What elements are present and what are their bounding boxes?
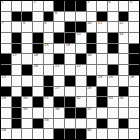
white-cell-r5c8[interactable]	[76, 44, 86, 54]
white-cell-r3c4[interactable]	[33, 22, 43, 32]
clue-number-33: 33	[109, 97, 113, 101]
black-cell-r6c6	[54, 54, 64, 64]
white-cell-r8c13[interactable]: 26	[129, 76, 139, 86]
white-cell-r9c11[interactable]	[108, 87, 118, 97]
black-cell-r3c8	[76, 22, 86, 32]
white-cell-r11c3[interactable]: 35	[22, 108, 32, 118]
white-cell-r2c6[interactable]: 6	[54, 12, 64, 22]
white-cell-r7c2[interactable]	[12, 65, 22, 75]
white-cell-r3c11[interactable]	[108, 22, 118, 32]
clue-number-29: 29	[2, 97, 6, 101]
white-cell-r6c3[interactable]	[22, 54, 32, 64]
white-cell-r10c11[interactable]: 33	[108, 97, 118, 107]
clue-number-23: 23	[2, 76, 6, 80]
white-cell-r8c10[interactable]: 24	[97, 76, 107, 86]
clue-number-10: 10	[87, 22, 91, 26]
white-cell-r6c5[interactable]	[44, 54, 54, 64]
white-cell-r12c3[interactable]	[22, 119, 32, 129]
black-cell-r1c6	[54, 1, 64, 11]
white-cell-r11c5[interactable]	[44, 108, 54, 118]
white-cell-r2c8[interactable]	[76, 12, 86, 22]
white-cell-r4c3[interactable]	[22, 33, 32, 43]
white-cell-r4c13[interactable]	[129, 33, 139, 43]
clue-number-4: 4	[109, 1, 111, 5]
black-cell-r8c5	[44, 76, 54, 86]
white-cell-r10c9[interactable]	[87, 97, 97, 107]
white-cell-r4c5[interactable]	[44, 33, 54, 43]
black-cell-r13c6	[54, 129, 64, 139]
clue-number-12: 12	[119, 22, 123, 26]
white-cell-r9c6[interactable]: 27	[54, 87, 64, 97]
black-cell-r5c9	[87, 44, 97, 54]
white-cell-r2c11[interactable]	[108, 12, 118, 22]
white-cell-r8c8[interactable]	[76, 76, 86, 86]
clue-number-37: 37	[87, 108, 91, 112]
black-cell-r12c4	[33, 119, 43, 129]
white-cell-r12c5[interactable]: 38	[44, 119, 54, 129]
clue-number-13: 13	[76, 33, 80, 37]
crossword-grid: 1234567891011121314151617181920212223242…	[0, 0, 140, 140]
white-cell-r3c3[interactable]: 8	[22, 22, 32, 32]
white-cell-r9c2[interactable]	[12, 87, 22, 97]
clue-number-7: 7	[2, 22, 4, 26]
white-cell-r13c9[interactable]: 40	[87, 129, 97, 139]
black-cell-r11c7	[65, 108, 75, 118]
white-cell-r7c5[interactable]	[44, 65, 54, 75]
white-cell-r4c8[interactable]: 13	[76, 33, 86, 43]
white-cell-r13c12[interactable]	[119, 129, 129, 139]
white-cell-r6c9[interactable]: 19	[87, 54, 97, 64]
white-cell-r5c7[interactable]: 16	[65, 44, 75, 54]
black-cell-r6c8	[76, 54, 86, 64]
white-cell-r13c1[interactable]: 39	[1, 129, 11, 139]
black-cell-r4c11	[108, 33, 118, 43]
white-cell-r10c3[interactable]: 30	[22, 97, 32, 107]
white-cell-r1c12[interactable]	[119, 1, 129, 11]
black-cell-r7c1	[1, 65, 11, 75]
white-cell-r10c1[interactable]: 29	[1, 97, 11, 107]
black-cell-r2c3	[22, 12, 32, 22]
black-cell-r4c6	[54, 33, 64, 43]
black-cell-r7c11	[108, 65, 118, 75]
white-cell-r11c6[interactable]: 36	[54, 108, 64, 118]
clue-number-3: 3	[87, 1, 89, 5]
black-cell-r11c8	[76, 108, 86, 118]
white-cell-r1c10[interactable]	[97, 1, 107, 11]
white-cell-r10c12[interactable]: 34	[119, 97, 129, 107]
white-cell-r13c2[interactable]	[12, 129, 22, 139]
white-cell-r7c6[interactable]: 21	[54, 65, 64, 75]
clue-number-28: 28	[87, 87, 91, 91]
white-cell-r5c1[interactable]	[1, 44, 11, 54]
clue-number-32: 32	[76, 97, 80, 101]
white-cell-r11c1[interactable]	[1, 108, 11, 118]
white-cell-r13c3[interactable]	[22, 129, 32, 139]
black-cell-r5c2	[12, 44, 22, 54]
white-cell-r12c8[interactable]	[76, 119, 86, 129]
white-cell-r13c10[interactable]	[97, 129, 107, 139]
black-cell-r4c2	[12, 33, 22, 43]
black-cell-r7c3	[22, 65, 32, 75]
clue-number-30: 30	[23, 97, 27, 101]
white-cell-r12c11[interactable]	[108, 119, 118, 129]
clue-number-2: 2	[34, 1, 36, 5]
white-cell-r1c2[interactable]	[12, 1, 22, 11]
black-cell-r6c1	[1, 54, 11, 64]
black-cell-r2c10	[97, 12, 107, 22]
white-cell-r5c6[interactable]	[54, 44, 64, 54]
white-cell-r5c12[interactable]	[119, 44, 129, 54]
white-cell-r1c1[interactable]: 1	[1, 1, 11, 11]
white-cell-r4c10[interactable]	[97, 33, 107, 43]
white-cell-r12c9[interactable]	[87, 119, 97, 129]
clue-number-31: 31	[44, 97, 48, 101]
black-cell-r7c13	[129, 65, 139, 75]
clue-number-22: 22	[76, 65, 80, 69]
black-cell-r12c12	[119, 119, 129, 129]
black-cell-r1c7	[65, 1, 75, 11]
black-cell-r10c4	[33, 97, 43, 107]
white-cell-r7c10[interactable]	[97, 65, 107, 75]
white-cell-r12c13[interactable]	[129, 119, 139, 129]
black-cell-r4c4	[33, 33, 43, 43]
clue-number-5: 5	[130, 1, 132, 5]
black-cell-r9c12	[119, 87, 129, 97]
clue-number-16: 16	[66, 44, 70, 48]
white-cell-r6c4[interactable]: 18	[33, 54, 43, 64]
black-cell-r12c10	[97, 119, 107, 129]
white-cell-r11c9[interactable]: 37	[87, 108, 97, 118]
white-cell-r13c11[interactable]	[108, 129, 118, 139]
black-cell-r4c7	[65, 33, 75, 43]
white-cell-r6c11[interactable]	[108, 54, 118, 64]
clue-number-1: 1	[2, 1, 4, 5]
white-cell-r10c5[interactable]: 31	[44, 97, 54, 107]
white-cell-r11c4[interactable]	[33, 108, 43, 118]
white-cell-r7c4[interactable]: 20	[33, 65, 43, 75]
clue-number-15: 15	[44, 44, 48, 48]
white-cell-r10c8[interactable]: 32	[76, 97, 86, 107]
white-cell-r6c10[interactable]	[97, 54, 107, 64]
white-cell-r7c9[interactable]	[87, 65, 97, 75]
clue-number-18: 18	[34, 54, 38, 58]
white-cell-r2c13[interactable]	[129, 12, 139, 22]
white-cell-r13c4[interactable]	[33, 129, 43, 139]
white-cell-r3c10[interactable]: 11	[97, 22, 107, 32]
black-cell-r9c5	[44, 87, 54, 97]
white-cell-r5c5[interactable]: 15	[44, 44, 54, 54]
black-cell-r9c1	[1, 87, 11, 97]
white-cell-r11c12[interactable]	[119, 108, 129, 118]
white-cell-r7c12[interactable]	[119, 65, 129, 75]
crossword-puzzle: 1234567891011121314151617181920212223242…	[0, 0, 140, 140]
white-cell-r13c5[interactable]	[44, 129, 54, 139]
white-cell-r8c4[interactable]	[33, 76, 43, 86]
white-cell-r3c12[interactable]: 12	[119, 22, 129, 32]
white-cell-r7c8[interactable]: 22	[76, 65, 86, 75]
clue-number-27: 27	[55, 87, 59, 91]
white-cell-r10c13[interactable]	[129, 97, 139, 107]
white-cell-r2c9[interactable]	[87, 12, 97, 22]
white-cell-r4c12[interactable]: 14	[119, 33, 129, 43]
clue-number-25: 25	[109, 76, 113, 80]
black-cell-r11c2	[12, 108, 22, 118]
clue-number-11: 11	[98, 22, 102, 26]
white-cell-r11c10[interactable]	[97, 108, 107, 118]
clue-number-19: 19	[87, 54, 91, 58]
white-cell-r1c3[interactable]	[22, 1, 32, 11]
white-cell-r12c1[interactable]	[1, 119, 11, 129]
clue-number-21: 21	[55, 65, 59, 69]
white-cell-r1c9[interactable]: 3	[87, 1, 97, 11]
black-cell-r13c7	[65, 129, 75, 139]
white-cell-r2c1[interactable]	[1, 12, 11, 22]
black-cell-r10c10	[97, 97, 107, 107]
white-cell-r1c11[interactable]: 4	[108, 1, 118, 11]
black-cell-r4c9	[87, 33, 97, 43]
white-cell-r9c13[interactable]	[129, 87, 139, 97]
black-cell-r5c11	[108, 44, 118, 54]
black-cell-r2c2	[12, 12, 22, 22]
white-cell-r3c5[interactable]: 9	[44, 22, 54, 32]
white-cell-r1c4[interactable]: 2	[33, 1, 43, 11]
clue-number-17: 17	[12, 54, 16, 58]
clue-number-24: 24	[98, 76, 102, 80]
black-cell-r2c12	[119, 12, 129, 22]
clue-number-40: 40	[87, 129, 91, 133]
black-cell-r6c13	[129, 54, 139, 64]
black-cell-r8c9	[87, 76, 97, 86]
white-cell-r9c7[interactable]	[65, 87, 75, 97]
black-cell-r9c3	[22, 87, 32, 97]
clue-number-9: 9	[44, 22, 46, 26]
white-cell-r12c7[interactable]	[65, 119, 75, 129]
white-cell-r11c13[interactable]	[129, 108, 139, 118]
black-cell-r3c7	[65, 22, 75, 32]
white-cell-r11c11[interactable]	[108, 108, 118, 118]
black-cell-r1c8	[76, 1, 86, 11]
clue-number-8: 8	[23, 22, 25, 26]
white-cell-r8c11[interactable]: 25	[108, 76, 118, 86]
white-cell-r6c12[interactable]	[119, 54, 129, 64]
black-cell-r10c2	[12, 97, 22, 107]
clue-number-34: 34	[119, 97, 123, 101]
white-cell-r7c7[interactable]	[65, 65, 75, 75]
white-cell-r3c1[interactable]: 7	[1, 22, 11, 32]
white-cell-r5c3[interactable]	[22, 44, 32, 54]
white-cell-r9c9[interactable]: 28	[87, 87, 97, 97]
white-cell-r3c2[interactable]	[12, 22, 22, 32]
white-cell-r2c7[interactable]	[65, 12, 75, 22]
black-cell-r12c2	[12, 119, 22, 129]
black-cell-r10c6	[54, 97, 64, 107]
white-cell-r1c5[interactable]	[44, 1, 54, 11]
white-cell-r13c13[interactable]	[129, 129, 139, 139]
white-cell-r8c1[interactable]: 23	[1, 76, 11, 86]
white-cell-r3c13[interactable]	[129, 22, 139, 32]
white-cell-r8c3[interactable]	[22, 76, 32, 86]
white-cell-r8c6[interactable]	[54, 76, 64, 86]
white-cell-r1c13[interactable]: 5	[129, 1, 139, 11]
black-cell-r10c7	[65, 97, 75, 107]
white-cell-r8c2[interactable]	[12, 76, 22, 86]
white-cell-r5c10[interactable]	[97, 44, 107, 54]
clue-number-20: 20	[34, 65, 38, 69]
black-cell-r5c4	[33, 44, 43, 54]
clue-number-26: 26	[130, 76, 134, 80]
clue-number-36: 36	[55, 108, 59, 112]
black-cell-r13c8	[76, 129, 86, 139]
black-cell-r8c7	[65, 76, 75, 86]
clue-number-35: 35	[23, 108, 27, 112]
white-cell-r12c6[interactable]	[54, 119, 64, 129]
black-cell-r5c13	[129, 44, 139, 54]
clue-number-14: 14	[119, 33, 123, 37]
white-cell-r9c8[interactable]	[76, 87, 86, 97]
white-cell-r4c1[interactable]	[1, 33, 11, 43]
clue-number-6: 6	[55, 12, 57, 16]
white-cell-r3c6[interactable]	[54, 22, 64, 32]
white-cell-r2c4[interactable]	[33, 12, 43, 22]
white-cell-r9c4[interactable]	[33, 87, 43, 97]
white-cell-r6c7[interactable]	[65, 54, 75, 64]
white-cell-r6c2[interactable]: 17	[12, 54, 22, 64]
clue-number-39: 39	[2, 129, 6, 133]
white-cell-r8c12[interactable]	[119, 76, 129, 86]
white-cell-r3c9[interactable]: 10	[87, 22, 97, 32]
black-cell-r9c10	[97, 87, 107, 97]
black-cell-r2c5	[44, 12, 54, 22]
clue-number-38: 38	[44, 119, 48, 123]
